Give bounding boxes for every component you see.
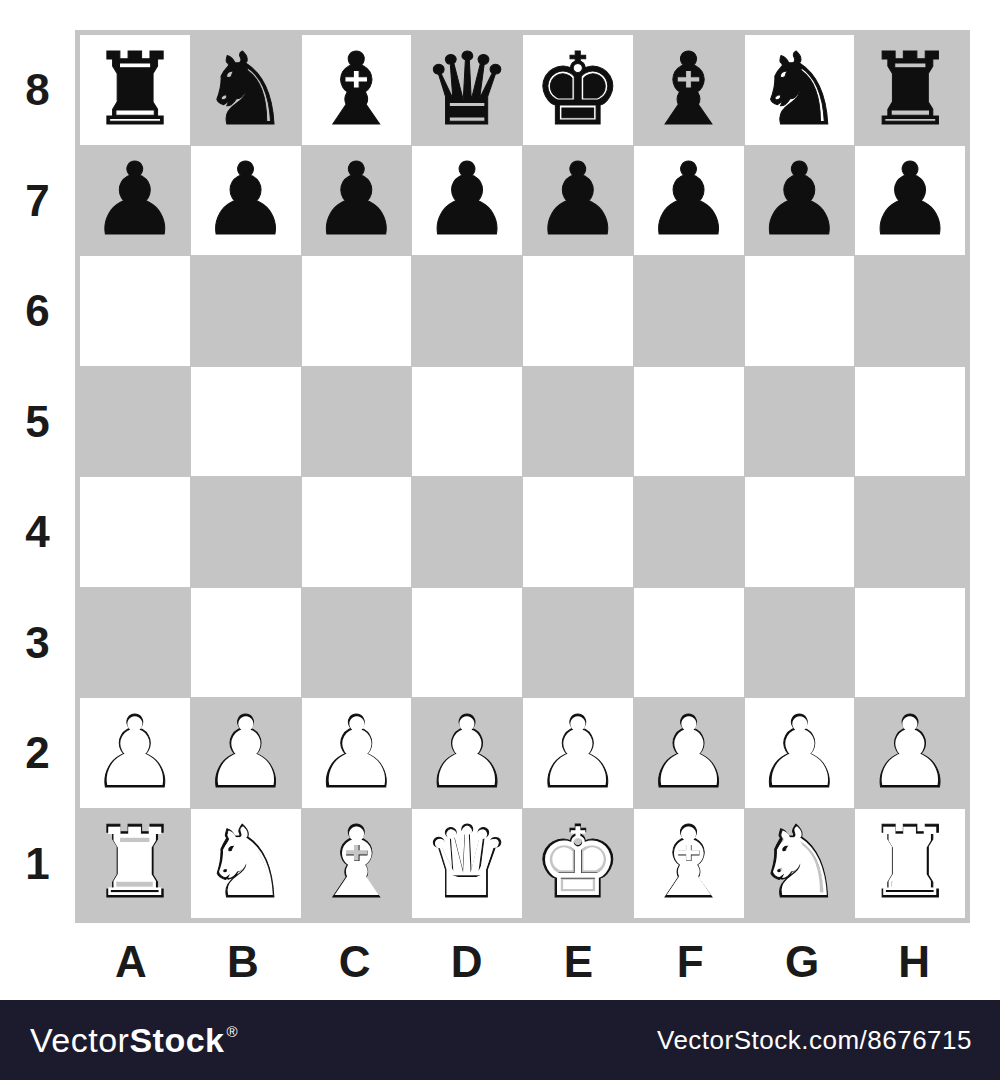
white-pawn: ♟♙ xyxy=(755,703,845,803)
square-h2[interactable]: ♟♙ xyxy=(855,698,965,808)
white-pawn: ♟♙ xyxy=(90,703,180,803)
square-c6[interactable] xyxy=(302,256,412,366)
square-b4[interactable] xyxy=(191,477,301,587)
rank-label-7: 7 xyxy=(0,146,75,257)
white-bishop-fill: ♝ xyxy=(314,816,398,910)
black-pawn-glyph: ♟ xyxy=(865,150,955,250)
file-label-g: G xyxy=(746,923,858,1000)
square-d4[interactable] xyxy=(412,477,522,587)
rank-label-3: 3 xyxy=(0,588,75,699)
vectorstock-url: VectorStock.com/8676715 xyxy=(657,1025,972,1056)
square-f8[interactable]: ♝ xyxy=(634,35,744,145)
square-h1[interactable]: ♜♖ xyxy=(855,809,965,919)
rank-label-1: 1 xyxy=(0,809,75,920)
rank-label-4: 4 xyxy=(0,477,75,588)
white-knight: ♞♘ xyxy=(201,813,291,913)
white-pawn-fill: ♟ xyxy=(425,706,509,800)
white-pawn: ♟♙ xyxy=(201,703,291,803)
square-d1[interactable]: ♛♕ xyxy=(412,809,522,919)
black-pawn-glyph: ♟ xyxy=(533,150,623,250)
square-f6[interactable] xyxy=(634,256,744,366)
square-h7[interactable]: ♟ xyxy=(855,146,965,256)
rank-labels: 8 7 6 5 4 3 2 1 xyxy=(0,35,75,919)
vectorstock-logo-bold: Stock xyxy=(129,1021,224,1060)
square-b7[interactable]: ♟ xyxy=(191,146,301,256)
black-pawn-glyph: ♟ xyxy=(312,150,402,250)
black-pawn-glyph: ♟ xyxy=(755,150,845,250)
square-g5[interactable] xyxy=(745,367,855,477)
black-knight-glyph: ♞ xyxy=(755,40,845,140)
square-g3[interactable] xyxy=(745,588,855,698)
black-pawn: ♟ xyxy=(755,150,845,250)
square-g7[interactable]: ♟ xyxy=(745,146,855,256)
square-a1[interactable]: ♜♖ xyxy=(80,809,190,919)
square-e8[interactable]: ♚ xyxy=(523,35,633,145)
square-d3[interactable] xyxy=(412,588,522,698)
white-rook-fill: ♜ xyxy=(868,816,952,910)
square-h4[interactable] xyxy=(855,477,965,587)
black-pawn: ♟ xyxy=(533,150,623,250)
file-label-e: E xyxy=(523,923,635,1000)
square-b1[interactable]: ♞♘ xyxy=(191,809,301,919)
white-pawn: ♟♙ xyxy=(533,703,623,803)
rank-label-6: 6 xyxy=(0,256,75,367)
white-pawn-fill: ♟ xyxy=(646,706,730,800)
black-pawn: ♟ xyxy=(312,150,402,250)
rank-label-5: 5 xyxy=(0,367,75,478)
black-rook: ♜ xyxy=(865,40,955,140)
black-bishop: ♝ xyxy=(644,40,734,140)
white-pawn: ♟♙ xyxy=(644,703,734,803)
page: 8 7 6 5 4 3 2 1 ♜♞♝♛♚♝♞♜♟♟♟♟♟♟♟♟♟♙♟♙♟♙♟♙… xyxy=(0,0,1000,1080)
square-c5[interactable] xyxy=(302,367,412,477)
white-knight: ♞♘ xyxy=(755,813,845,913)
white-pawn: ♟♙ xyxy=(312,703,402,803)
square-a4[interactable] xyxy=(80,477,190,587)
black-rook-glyph: ♜ xyxy=(90,40,180,140)
square-a2[interactable]: ♟♙ xyxy=(80,698,190,808)
black-rook-glyph: ♜ xyxy=(865,40,955,140)
white-pawn-fill: ♟ xyxy=(314,706,398,800)
square-f1[interactable]: ♝♗ xyxy=(634,809,744,919)
square-h5[interactable] xyxy=(855,367,965,477)
white-king-fill: ♚ xyxy=(536,816,620,910)
white-rook-fill: ♜ xyxy=(93,816,177,910)
square-f2[interactable]: ♟♙ xyxy=(634,698,744,808)
rank-label-2: 2 xyxy=(0,698,75,809)
white-pawn-fill: ♟ xyxy=(868,706,952,800)
file-labels: A B C D E F G H xyxy=(75,923,970,1000)
square-e7[interactable]: ♟ xyxy=(523,146,633,256)
square-g8[interactable]: ♞ xyxy=(745,35,855,145)
square-d8[interactable]: ♛ xyxy=(412,35,522,145)
square-e5[interactable] xyxy=(523,367,633,477)
square-f5[interactable] xyxy=(634,367,744,477)
black-knight: ♞ xyxy=(201,40,291,140)
white-pawn-fill: ♟ xyxy=(536,706,620,800)
white-bishop: ♝♗ xyxy=(644,813,734,913)
file-label-d: D xyxy=(411,923,523,1000)
square-a6[interactable] xyxy=(80,256,190,366)
file-label-f: F xyxy=(634,923,746,1000)
square-a5[interactable] xyxy=(80,367,190,477)
chess-board: ♜♞♝♛♚♝♞♜♟♟♟♟♟♟♟♟♟♙♟♙♟♙♟♙♟♙♟♙♟♙♟♙♜♖♞♘♝♗♛♕… xyxy=(75,30,970,923)
square-c3[interactable] xyxy=(302,588,412,698)
black-bishop-glyph: ♝ xyxy=(312,40,402,140)
black-pawn-glyph: ♟ xyxy=(90,150,180,250)
white-pawn-fill: ♟ xyxy=(757,706,841,800)
black-pawn: ♟ xyxy=(422,150,512,250)
black-pawn: ♟ xyxy=(644,150,734,250)
square-h3[interactable] xyxy=(855,588,965,698)
square-f3[interactable] xyxy=(634,588,744,698)
black-queen-glyph: ♛ xyxy=(422,40,512,140)
white-knight-fill: ♞ xyxy=(757,816,841,910)
vectorstock-logo: VectorStock® xyxy=(30,1021,238,1060)
watermark-bar: VectorStock® VectorStock.com/8676715 xyxy=(0,1000,1000,1080)
black-pawn: ♟ xyxy=(201,150,291,250)
white-pawn-fill: ♟ xyxy=(203,706,287,800)
black-pawn-glyph: ♟ xyxy=(644,150,734,250)
white-rook: ♜♖ xyxy=(865,813,955,913)
black-pawn: ♟ xyxy=(865,150,955,250)
square-g4[interactable] xyxy=(745,477,855,587)
square-d7[interactable]: ♟ xyxy=(412,146,522,256)
white-pawn-fill: ♟ xyxy=(93,706,177,800)
square-a7[interactable]: ♟ xyxy=(80,146,190,256)
square-a3[interactable] xyxy=(80,588,190,698)
black-rook: ♜ xyxy=(90,40,180,140)
black-pawn-glyph: ♟ xyxy=(201,150,291,250)
file-label-c: C xyxy=(299,923,411,1000)
registered-mark: ® xyxy=(226,1023,238,1040)
black-queen: ♛ xyxy=(422,40,512,140)
square-f4[interactable] xyxy=(634,477,744,587)
square-c7[interactable]: ♟ xyxy=(302,146,412,256)
square-e2[interactable]: ♟♙ xyxy=(523,698,633,808)
black-pawn: ♟ xyxy=(90,150,180,250)
square-c1[interactable]: ♝♗ xyxy=(302,809,412,919)
file-label-h: H xyxy=(858,923,970,1000)
black-pawn-glyph: ♟ xyxy=(422,150,512,250)
square-b6[interactable] xyxy=(191,256,301,366)
white-queen: ♛♕ xyxy=(422,813,512,913)
square-b3[interactable] xyxy=(191,588,301,698)
square-c2[interactable]: ♟♙ xyxy=(302,698,412,808)
square-h6[interactable] xyxy=(855,256,965,366)
square-a8[interactable]: ♜ xyxy=(80,35,190,145)
square-b2[interactable]: ♟♙ xyxy=(191,698,301,808)
square-e1[interactable]: ♚♔ xyxy=(523,809,633,919)
square-e3[interactable] xyxy=(523,588,633,698)
vectorstock-logo-regular: Vector xyxy=(30,1021,129,1060)
square-d2[interactable]: ♟♙ xyxy=(412,698,522,808)
square-g1[interactable]: ♞♘ xyxy=(745,809,855,919)
square-e6[interactable] xyxy=(523,256,633,366)
white-pawn: ♟♙ xyxy=(865,703,955,803)
white-bishop-fill: ♝ xyxy=(646,816,730,910)
square-b8[interactable]: ♞ xyxy=(191,35,301,145)
white-rook: ♜♖ xyxy=(90,813,180,913)
square-c8[interactable]: ♝ xyxy=(302,35,412,145)
white-pawn: ♟♙ xyxy=(422,703,512,803)
black-knight-glyph: ♞ xyxy=(201,40,291,140)
square-f7[interactable]: ♟ xyxy=(634,146,744,256)
square-e4[interactable] xyxy=(523,477,633,587)
white-bishop: ♝♗ xyxy=(312,813,402,913)
white-knight-fill: ♞ xyxy=(203,816,287,910)
rank-label-8: 8 xyxy=(0,35,75,146)
square-g6[interactable] xyxy=(745,256,855,366)
square-b5[interactable] xyxy=(191,367,301,477)
file-label-a: A xyxy=(75,923,187,1000)
square-c4[interactable] xyxy=(302,477,412,587)
black-bishop-glyph: ♝ xyxy=(644,40,734,140)
square-h8[interactable]: ♜ xyxy=(855,35,965,145)
file-label-b: B xyxy=(187,923,299,1000)
white-queen-fill: ♛ xyxy=(425,816,509,910)
black-king: ♚ xyxy=(533,40,623,140)
black-king-glyph: ♚ xyxy=(533,40,623,140)
square-g2[interactable]: ♟♙ xyxy=(745,698,855,808)
square-d5[interactable] xyxy=(412,367,522,477)
black-bishop: ♝ xyxy=(312,40,402,140)
black-knight: ♞ xyxy=(755,40,845,140)
white-king: ♚♔ xyxy=(533,813,623,913)
square-d6[interactable] xyxy=(412,256,522,366)
